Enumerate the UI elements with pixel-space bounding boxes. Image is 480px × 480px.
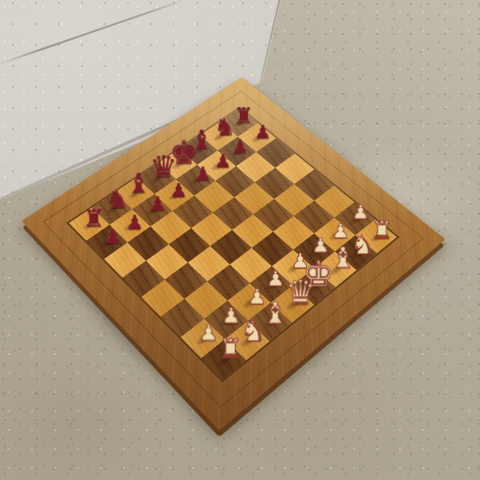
piece-red-pawn: ♟ (214, 152, 231, 171)
piece-cream-pawn: ♟ (266, 268, 285, 289)
piece-red-bishop: ♝ (126, 171, 150, 198)
piece-red-pawn: ♟ (148, 194, 166, 214)
piece-cream-pawn: ♟ (351, 202, 369, 222)
piece-red-pawn: ♟ (231, 137, 248, 156)
piece-red-pawn: ♟ (125, 212, 143, 232)
piece-cream-pawn: ♟ (221, 305, 240, 327)
piece-red-pawn: ♟ (254, 122, 271, 141)
piece-cream-queen: ♛ (285, 276, 315, 310)
piece-cream-pawn: ♟ (331, 221, 349, 241)
piece-red-rook: ♜ (83, 207, 105, 231)
piece-red-knight: ♞ (105, 186, 128, 212)
photo-of-chess-set: ♜♞♝♛♚♝♞♜♟♟♟♟♟♟♟♟♟♟♟♟♟♟♟♟♜♞♝♛♚♝♞♜ (0, 0, 480, 480)
piece-red-pawn: ♟ (170, 180, 188, 200)
piece-cream-pawn: ♟ (198, 322, 218, 344)
piece-cream-rook: ♜ (218, 336, 242, 362)
piece-red-rook: ♜ (234, 105, 254, 127)
piece-red-pawn: ♟ (103, 227, 121, 247)
piece-cream-knight: ♞ (240, 317, 265, 345)
wall-crack (0, 0, 185, 66)
piece-red-pawn: ♟ (194, 164, 211, 183)
